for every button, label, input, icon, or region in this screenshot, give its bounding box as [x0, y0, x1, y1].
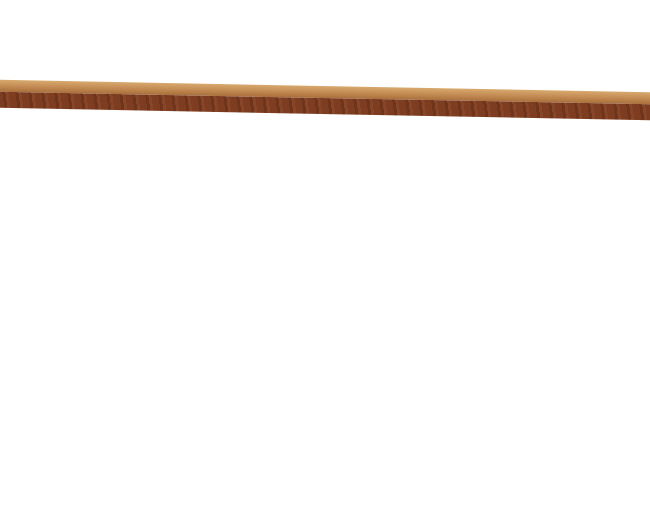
pieces-layer	[0, 0, 650, 520]
chess-photo-stage	[0, 0, 650, 520]
